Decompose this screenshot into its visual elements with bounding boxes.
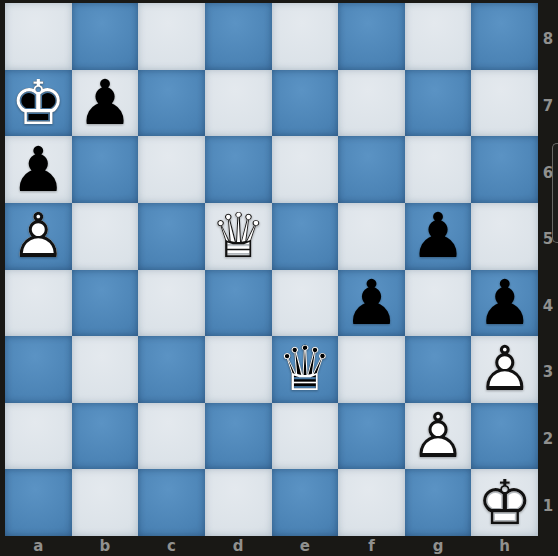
square-a2[interactable]: [5, 403, 72, 470]
square-h6[interactable]: [471, 136, 538, 203]
square-f7[interactable]: [338, 70, 405, 137]
white-pawn[interactable]: ♟♙: [471, 336, 538, 403]
rank-label-4: 4: [538, 270, 558, 337]
square-g3[interactable]: [405, 336, 472, 403]
file-label-h: h: [471, 536, 538, 556]
rank-label-8: 8: [538, 3, 558, 70]
square-h4[interactable]: ♟: [471, 270, 538, 337]
square-e7[interactable]: [272, 70, 339, 137]
square-f5[interactable]: [338, 203, 405, 270]
white-queen[interactable]: ♛♕: [205, 203, 272, 270]
square-b1[interactable]: [72, 469, 139, 536]
square-f2[interactable]: [338, 403, 405, 470]
scrollbar-thumb[interactable]: [552, 143, 558, 243]
file-coordinates: abcdefgh: [5, 536, 538, 556]
square-e1[interactable]: [272, 469, 339, 536]
square-c4[interactable]: [138, 270, 205, 337]
square-f1[interactable]: [338, 469, 405, 536]
square-a7[interactable]: ♚♔: [5, 70, 72, 137]
square-e4[interactable]: [272, 270, 339, 337]
square-g8[interactable]: [405, 3, 472, 70]
square-c1[interactable]: [138, 469, 205, 536]
square-g2[interactable]: ♟♙: [405, 403, 472, 470]
rank-label-1: 1: [538, 469, 558, 536]
square-d2[interactable]: [205, 403, 272, 470]
rank-label-7: 7: [538, 70, 558, 137]
square-b7[interactable]: ♟: [72, 70, 139, 137]
file-label-b: b: [72, 536, 139, 556]
square-c6[interactable]: [138, 136, 205, 203]
square-b4[interactable]: [72, 270, 139, 337]
square-e6[interactable]: [272, 136, 339, 203]
square-c5[interactable]: [138, 203, 205, 270]
file-label-g: g: [405, 536, 472, 556]
file-label-e: e: [272, 536, 339, 556]
file-label-a: a: [5, 536, 72, 556]
rank-label-2: 2: [538, 403, 558, 470]
square-d5[interactable]: ♛♕: [205, 203, 272, 270]
black-pawn[interactable]: ♟: [5, 136, 72, 203]
square-d1[interactable]: [205, 469, 272, 536]
square-a6[interactable]: ♟: [5, 136, 72, 203]
square-d7[interactable]: [205, 70, 272, 137]
square-f4[interactable]: ♟: [338, 270, 405, 337]
chess-board: ♚♔♟♟♟♙♛♕♟♟♟♛♕♟♙♟♙♚♔: [5, 3, 538, 536]
file-label-d: d: [205, 536, 272, 556]
square-a3[interactable]: [5, 336, 72, 403]
square-b5[interactable]: [72, 203, 139, 270]
square-d3[interactable]: [205, 336, 272, 403]
square-c2[interactable]: [138, 403, 205, 470]
square-a1[interactable]: [5, 469, 72, 536]
square-a8[interactable]: [5, 3, 72, 70]
square-d6[interactable]: [205, 136, 272, 203]
square-e8[interactable]: [272, 3, 339, 70]
rank-coordinates: 87654321: [538, 3, 558, 536]
square-c7[interactable]: [138, 70, 205, 137]
file-label-c: c: [138, 536, 205, 556]
square-b2[interactable]: [72, 403, 139, 470]
black-king[interactable]: ♚♔: [5, 70, 72, 137]
square-a5[interactable]: ♟♙: [5, 203, 72, 270]
white-pawn[interactable]: ♟♙: [405, 403, 472, 470]
square-f3[interactable]: [338, 336, 405, 403]
square-c8[interactable]: [138, 3, 205, 70]
square-h8[interactable]: [471, 3, 538, 70]
square-d8[interactable]: [205, 3, 272, 70]
square-e5[interactable]: [272, 203, 339, 270]
file-label-f: f: [338, 536, 405, 556]
square-g6[interactable]: [405, 136, 472, 203]
black-pawn[interactable]: ♟: [338, 270, 405, 337]
square-g7[interactable]: [405, 70, 472, 137]
square-h2[interactable]: [471, 403, 538, 470]
square-a4[interactable]: [5, 270, 72, 337]
black-pawn[interactable]: ♟: [405, 203, 472, 270]
square-h5[interactable]: [471, 203, 538, 270]
black-queen[interactable]: ♛♕: [272, 336, 339, 403]
square-h1[interactable]: ♚♔: [471, 469, 538, 536]
square-f6[interactable]: [338, 136, 405, 203]
square-b6[interactable]: [72, 136, 139, 203]
black-pawn[interactable]: ♟: [471, 270, 538, 337]
square-e3[interactable]: ♛♕: [272, 336, 339, 403]
square-g5[interactable]: ♟: [405, 203, 472, 270]
square-g4[interactable]: [405, 270, 472, 337]
square-d4[interactable]: [205, 270, 272, 337]
square-b3[interactable]: [72, 336, 139, 403]
white-pawn[interactable]: ♟♙: [5, 203, 72, 270]
white-king[interactable]: ♚♔: [471, 469, 538, 536]
square-h3[interactable]: ♟♙: [471, 336, 538, 403]
rank-label-3: 3: [538, 336, 558, 403]
square-g1[interactable]: [405, 469, 472, 536]
black-pawn[interactable]: ♟: [72, 70, 139, 137]
square-f8[interactable]: [338, 3, 405, 70]
square-b8[interactable]: [72, 3, 139, 70]
square-h7[interactable]: [471, 70, 538, 137]
square-c3[interactable]: [138, 336, 205, 403]
square-e2[interactable]: [272, 403, 339, 470]
